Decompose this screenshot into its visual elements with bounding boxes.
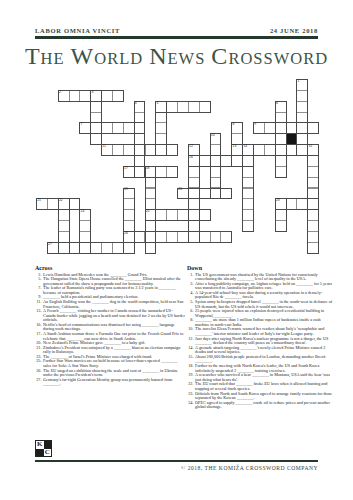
grid-cell[interactable] [220,231,232,243]
crossword-grid[interactable]: 1234567891011121314151617181920212223242… [36,79,320,254]
grid-cell[interactable] [275,220,287,232]
cell-number-5: 5 [157,102,159,105]
header-rule [35,36,318,39]
cell-number-21: 21 [37,199,41,202]
cell-number-15: 15 [308,145,312,148]
publisher-logo: K C [35,440,52,457]
cell-number-27: 27 [48,243,52,246]
cell-number-20: 20 [178,188,182,191]
grid-cell[interactable] [275,166,287,178]
clue-27-across: 27.Germany's far-right Generation Identi… [35,378,185,387]
grid-cell[interactable] [123,242,135,254]
cell-number-16: 16 [189,156,193,159]
title-word: NEWS [149,44,205,68]
cell-number-22: 22 [59,199,63,202]
issue-date: 24 JUNE 2018 [270,27,318,34]
clue-number: 13. [35,309,43,323]
title-word: WORLD [71,44,144,68]
cell-number-24: 24 [81,210,85,213]
cell-number-8: 8 [233,123,235,126]
grid-cell[interactable] [220,188,232,200]
across-clues: Across 2.Lewis Hamilton and Mercedes won… [35,265,185,387]
cell-number-13: 13 [233,145,237,148]
down-heading: Down [187,265,335,271]
clue-24-down: 24.OPEC agreed to supply ________ crude … [187,401,335,410]
across-heading: Across [35,265,185,271]
cell-number-12: 12 [189,145,193,148]
page-title: THEWORLDNEWSCROSSWORD [0,44,353,68]
logo-letter-k: K [36,441,44,449]
grid-cell[interactable] [166,144,178,156]
cell-number-2: 2 [59,91,61,94]
grid-cell[interactable] [307,122,319,134]
clue-13-across: 13.A French ________ visiting her mother… [35,309,185,323]
grid-cell[interactable] [307,242,319,254]
title-word: CROSSWORD [211,44,328,68]
cell-number-18: 18 [146,167,150,170]
grid-cell[interactable] [145,242,157,254]
cell-number-6: 6 [276,102,278,105]
footer-rule [35,460,318,462]
cell-number-17: 17 [124,167,128,170]
clue-text: OPEC agreed to supply ________ crude oil… [195,401,335,410]
cell-number-4: 4 [135,102,137,105]
cell-number-11: 11 [102,145,106,148]
grid-cell[interactable] [199,209,211,221]
cell-number-10: 10 [211,134,215,137]
cell-number-9: 9 [254,123,256,126]
grid-cell[interactable] [166,166,178,178]
cell-number-14: 14 [243,145,247,148]
cell-number-23: 23 [276,199,280,202]
copyright-line: © 2018, THE KOMIŽA CROSSWORD COMPANY [181,465,318,471]
cell-number-3: 3 [91,91,93,94]
newspaper-motto: LABOR OMNIA VINCIT [35,27,120,34]
cell-number-1: 1 [298,80,300,83]
cell-number-26: 26 [124,232,128,235]
grid-cell[interactable] [112,90,124,102]
cell-number-25: 25 [146,210,150,213]
cell-number-19: 19 [124,188,128,191]
clue-number: 24. [187,401,195,410]
grid-cell[interactable] [199,101,211,113]
grid-cell[interactable] [242,220,254,232]
title-word: THE [25,44,65,68]
clue-text: A French ________ visiting her mother in… [43,309,185,323]
logo-letter-c: C [44,449,52,457]
cell-number-7: 7 [81,123,83,126]
clue-text: Germany's far-right Generation Identity … [43,378,185,387]
clue-number: 27. [35,378,43,387]
down-clues: Down 1.The US government was chastised b… [187,265,335,410]
logo-black-square [36,449,44,457]
